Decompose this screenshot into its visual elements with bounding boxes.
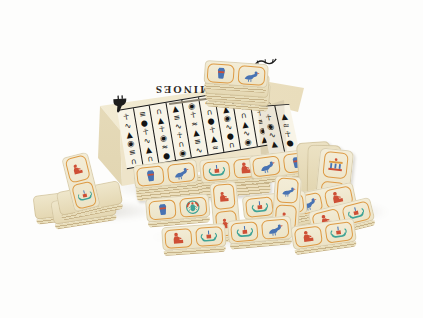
motif-slot xyxy=(166,162,195,184)
motif-slot xyxy=(195,226,223,247)
motif-slot xyxy=(207,63,235,84)
motif-slot xyxy=(202,160,231,181)
hieroglyph-bird-icon xyxy=(108,91,134,117)
bird-icon xyxy=(279,181,296,200)
figure-icon xyxy=(68,158,88,179)
motif-slot xyxy=(245,196,274,218)
motif-slot xyxy=(237,65,265,86)
bird-icon xyxy=(241,67,262,83)
motif-slot xyxy=(322,151,349,179)
product-photo-dominoes-set: ☥∿▲◉≡∩ ≡●☥∿▲∩ ∩▲☥◉≈● ▲≡∿☥∩◉ ◉☥≈▲≡∿ ∿∩●☥▲… xyxy=(0,0,423,318)
motif-slot xyxy=(261,218,290,239)
figure-icon xyxy=(168,230,189,246)
figure-icon xyxy=(215,187,233,206)
boat-icon xyxy=(74,184,94,205)
motif-slot xyxy=(65,154,91,183)
bird-icon xyxy=(264,220,285,237)
boat-icon xyxy=(234,223,255,240)
chain-tile xyxy=(161,223,227,256)
bird-icon xyxy=(256,157,278,174)
motif-slot xyxy=(71,180,97,209)
chain-tile xyxy=(145,193,211,227)
motif-slot xyxy=(148,199,177,220)
motif-slot xyxy=(324,221,353,244)
motif-slot xyxy=(179,196,208,217)
boat-icon xyxy=(206,162,227,179)
scarab-icon xyxy=(182,198,203,215)
boat-icon xyxy=(198,228,219,244)
jug-icon xyxy=(152,201,173,218)
motif-slot xyxy=(213,183,236,210)
jug-icon xyxy=(140,167,161,184)
motif-slot xyxy=(165,228,193,249)
chain-tile xyxy=(227,215,293,249)
motif-slot xyxy=(230,221,259,242)
boat-icon xyxy=(328,223,350,241)
motif-slot xyxy=(294,225,323,248)
motif-slot xyxy=(136,165,165,187)
lid-stack-top-tile xyxy=(203,60,269,93)
figure-icon xyxy=(298,227,320,245)
motif-slot xyxy=(276,177,299,203)
jug-icon xyxy=(211,65,232,81)
boat-icon xyxy=(249,198,270,215)
temple-icon xyxy=(326,155,346,177)
bird-icon xyxy=(170,164,191,181)
motif-slot xyxy=(252,155,281,177)
